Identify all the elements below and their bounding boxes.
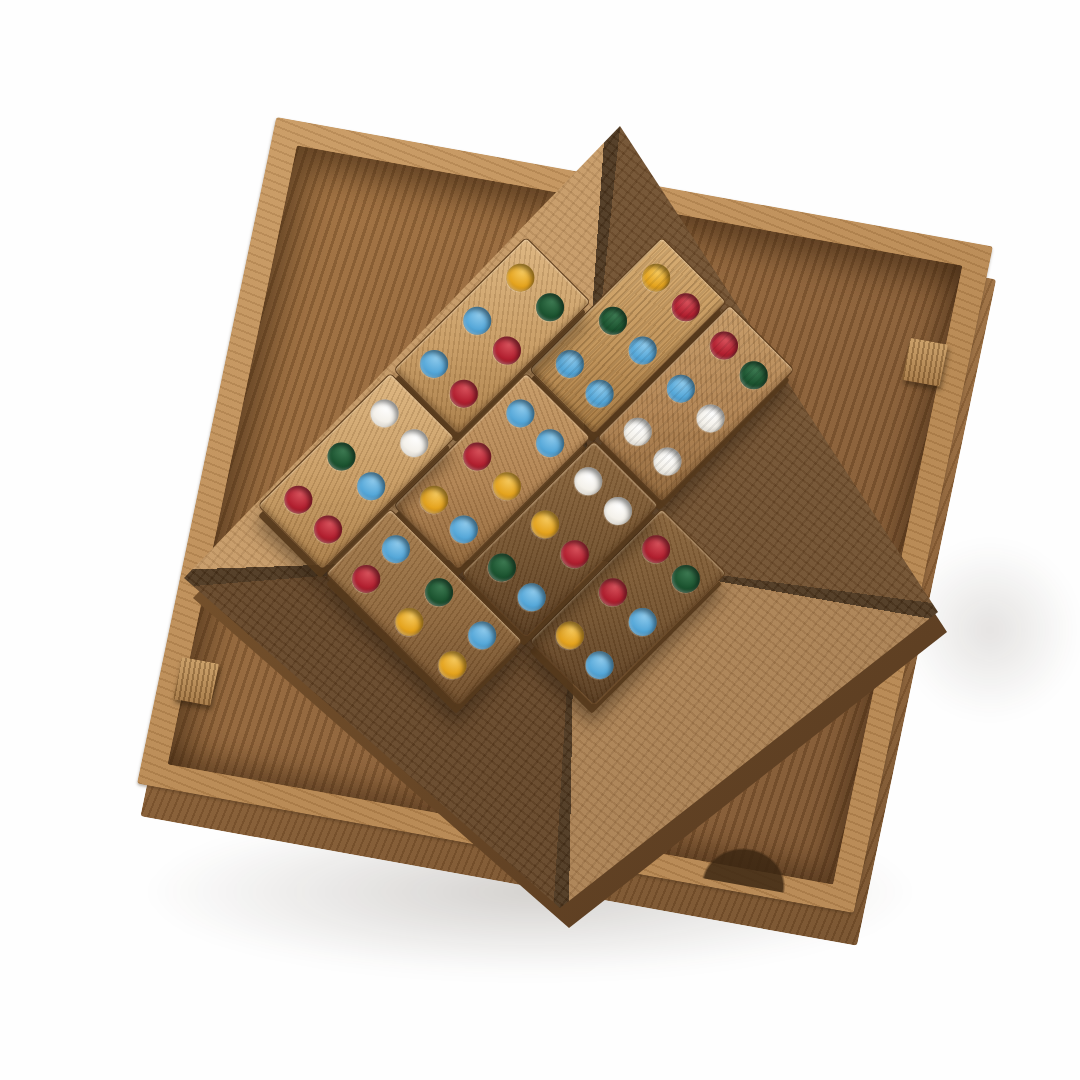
dot-yellow	[390, 602, 430, 642]
dot-blue	[457, 301, 497, 341]
dot-blue	[550, 344, 590, 384]
dot-red	[666, 288, 706, 328]
dot-white	[598, 491, 638, 531]
dot-blue	[462, 616, 502, 656]
dot-yellow	[550, 616, 590, 656]
dot-blue	[512, 577, 552, 617]
dot-blue	[580, 374, 620, 414]
dot-blue	[414, 344, 454, 384]
dot-yellow	[636, 258, 676, 298]
dot-yellow	[414, 480, 454, 520]
dot-red	[308, 510, 348, 550]
photo-scene	[0, 0, 1080, 1080]
dot-red	[487, 331, 527, 371]
dot-white	[365, 394, 405, 434]
dot-green	[322, 437, 362, 477]
dot-blue	[351, 466, 391, 506]
dot-red	[279, 480, 319, 520]
dot-yellow	[487, 466, 527, 506]
dot-red	[457, 437, 497, 477]
dot-blue	[580, 645, 620, 685]
dot-white	[395, 423, 435, 463]
dot-blue	[623, 602, 663, 642]
dot-blue	[661, 369, 701, 409]
dot-yellow	[525, 505, 565, 545]
dot-red	[636, 529, 676, 569]
dot-blue	[444, 510, 484, 550]
dot-blue	[501, 394, 541, 434]
dot-red	[593, 573, 633, 613]
dot-red	[346, 559, 386, 599]
dot-green	[482, 548, 522, 588]
dot-yellow	[501, 258, 541, 298]
dot-blue	[530, 423, 570, 463]
dot-red	[444, 374, 484, 414]
dot-white	[568, 462, 608, 502]
dot-white	[648, 442, 688, 482]
dot-blue	[623, 331, 663, 371]
dot-white	[691, 399, 731, 439]
dot-green	[734, 355, 774, 395]
dot-red	[704, 326, 744, 366]
tray-corner-post-right	[902, 338, 948, 387]
dot-green	[530, 288, 570, 328]
dot-green	[593, 301, 633, 341]
dot-yellow	[433, 645, 473, 685]
dot-white	[618, 412, 658, 452]
dot-blue	[376, 529, 416, 569]
dot-green	[666, 559, 706, 599]
dot-red	[555, 534, 595, 574]
dot-green	[419, 573, 459, 613]
